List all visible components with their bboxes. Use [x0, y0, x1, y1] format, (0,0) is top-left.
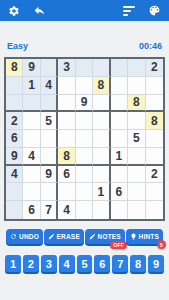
cell-r3c9[interactable]: [146, 95, 163, 113]
hints-bulb-icon: [130, 233, 137, 240]
cell-r1c7[interactable]: [111, 59, 128, 77]
cell-r3c4[interactable]: [58, 95, 75, 113]
cell-r8c3[interactable]: [41, 183, 58, 201]
erase-pencil-icon: [48, 233, 55, 240]
cell-r9c7[interactable]: [111, 201, 128, 219]
cell-r7c1[interactable]: 4: [6, 166, 23, 184]
numpad-7[interactable]: 7: [112, 255, 128, 272]
numpad-6[interactable]: 6: [94, 255, 110, 272]
cell-r3c1[interactable]: [6, 95, 23, 113]
cell-r7c6[interactable]: [93, 166, 110, 184]
cell-r6c4[interactable]: 8: [58, 148, 75, 166]
cell-r6c7[interactable]: 1: [111, 148, 128, 166]
cell-r8c7[interactable]: 6: [111, 183, 128, 201]
undo-label: UNDO: [19, 233, 39, 240]
cell-r2c3[interactable]: 4: [41, 77, 58, 95]
cell-r9c1[interactable]: [6, 201, 23, 219]
notes-button[interactable]: NOTES OFF: [85, 229, 125, 244]
cell-r2c1[interactable]: [6, 77, 23, 95]
cell-r2c4[interactable]: [58, 77, 75, 95]
cell-r8c2[interactable]: [23, 183, 40, 201]
cell-r8c1[interactable]: [6, 183, 23, 201]
cell-r2c9[interactable]: [146, 77, 163, 95]
cell-r5c6[interactable]: [93, 130, 110, 148]
back-reply-arrow-icon[interactable]: [33, 4, 46, 17]
cell-r9c3[interactable]: 7: [41, 201, 58, 219]
cell-r5c9[interactable]: [146, 130, 163, 148]
numpad-8[interactable]: 8: [130, 255, 146, 272]
top-bar: [0, 0, 169, 21]
numpad-2[interactable]: 2: [23, 255, 39, 272]
cell-r3c6[interactable]: [93, 95, 110, 113]
cell-r3c8[interactable]: 8: [128, 95, 145, 113]
cell-r4c5[interactable]: [76, 112, 93, 130]
cell-r5c5[interactable]: [76, 130, 93, 148]
cell-r4c2[interactable]: [23, 112, 40, 130]
undo-icon: [10, 233, 17, 240]
cell-r7c7[interactable]: [111, 166, 128, 184]
notes-pencil-icon: [89, 233, 96, 240]
hints-button[interactable]: HINTS 5: [126, 229, 164, 244]
cell-r1c6[interactable]: [93, 59, 110, 77]
erase-button[interactable]: ERASE: [44, 229, 84, 244]
cell-r6c1[interactable]: 9: [6, 148, 23, 166]
cell-r4c7[interactable]: [111, 112, 128, 130]
cell-r8c9[interactable]: [146, 183, 163, 201]
cell-r6c8[interactable]: [128, 148, 145, 166]
cell-r5c1[interactable]: 6: [6, 130, 23, 148]
cell-r3c2[interactable]: [23, 95, 40, 113]
cell-r7c5[interactable]: [76, 166, 93, 184]
cell-r8c5[interactable]: [76, 183, 93, 201]
cell-r8c4[interactable]: [58, 183, 75, 201]
notes-off-badge: OFF: [110, 241, 127, 249]
sudoku-app: Easy 00:46 893214898258659481496216674 U…: [0, 0, 169, 300]
cell-r5c8[interactable]: 5: [128, 130, 145, 148]
hints-count-badge: 5: [157, 240, 166, 249]
cell-r4c1[interactable]: 2: [6, 112, 23, 130]
cell-r9c5[interactable]: [76, 201, 93, 219]
cell-r4c9[interactable]: 8: [146, 112, 163, 130]
cell-r9c6[interactable]: [93, 201, 110, 219]
numpad-1[interactable]: 1: [5, 255, 21, 272]
cell-r1c2[interactable]: 9: [23, 59, 40, 77]
cell-r2c5[interactable]: [76, 77, 93, 95]
cell-r9c8[interactable]: [128, 201, 145, 219]
cell-r9c9[interactable]: [146, 201, 163, 219]
difficulty-label: Easy: [7, 41, 28, 51]
cell-r2c2[interactable]: 1: [23, 77, 40, 95]
cell-r7c3[interactable]: 9: [41, 166, 58, 184]
cell-r4c3[interactable]: 5: [41, 112, 58, 130]
cell-r2c8[interactable]: [128, 77, 145, 95]
cell-r6c9[interactable]: [146, 148, 163, 166]
cell-r1c3[interactable]: [41, 59, 58, 77]
cell-r5c4[interactable]: [58, 130, 75, 148]
cell-r4c4[interactable]: [58, 112, 75, 130]
numpad-3[interactable]: 3: [41, 255, 57, 272]
numpad-9[interactable]: 9: [148, 255, 164, 272]
cell-r9c4[interactable]: 4: [58, 201, 75, 219]
cell-r5c2[interactable]: [23, 130, 40, 148]
cell-r8c6[interactable]: 1: [93, 183, 110, 201]
theme-palette-icon[interactable]: [148, 4, 161, 17]
hints-label: HINTS: [139, 233, 160, 240]
cell-r7c9[interactable]: 2: [146, 166, 163, 184]
cell-r8c8[interactable]: [128, 183, 145, 201]
cell-r7c2[interactable]: [23, 166, 40, 184]
top-bar-right: [123, 4, 161, 17]
cell-r1c5[interactable]: [76, 59, 93, 77]
cell-r2c6[interactable]: 8: [93, 77, 110, 95]
cell-r3c7[interactable]: [111, 95, 128, 113]
cell-r2c7[interactable]: [111, 77, 128, 95]
cell-r5c7[interactable]: [111, 130, 128, 148]
cell-r9c2[interactable]: 6: [23, 201, 40, 219]
cell-r6c3[interactable]: [41, 148, 58, 166]
undo-button[interactable]: UNDO: [6, 229, 43, 244]
notes-label: NOTES: [98, 233, 121, 240]
sudoku-board: 893214898258659481496216674: [4, 57, 165, 221]
cell-r6c6[interactable]: [93, 148, 110, 166]
erase-label: ERASE: [57, 233, 80, 240]
cell-r5c3[interactable]: [41, 130, 58, 148]
settings-gear-icon[interactable]: [8, 5, 20, 17]
numpad-5[interactable]: 5: [77, 255, 93, 272]
sort-menu-icon[interactable]: [123, 6, 135, 16]
number-pad: 123456789: [5, 255, 164, 272]
cell-r4c6[interactable]: [93, 112, 110, 130]
cell-r3c5[interactable]: 9: [76, 95, 93, 113]
timer: 00:46: [139, 41, 162, 51]
cell-r1c8[interactable]: [128, 59, 145, 77]
cell-r3c3[interactable]: [41, 95, 58, 113]
cell-r7c8[interactable]: [128, 166, 145, 184]
cell-r4c8[interactable]: [128, 112, 145, 130]
control-bar: UNDO ERASE NOTES OFF HINTS 5: [6, 229, 163, 244]
cell-r1c1[interactable]: 8: [6, 59, 23, 77]
cell-r1c9[interactable]: 2: [146, 59, 163, 77]
cell-r6c5[interactable]: [76, 148, 93, 166]
cell-r7c4[interactable]: 6: [58, 166, 75, 184]
status-row: Easy 00:46: [0, 40, 169, 52]
numpad-4[interactable]: 4: [59, 255, 75, 272]
cell-r1c4[interactable]: 3: [58, 59, 75, 77]
cell-r6c2[interactable]: 4: [23, 148, 40, 166]
